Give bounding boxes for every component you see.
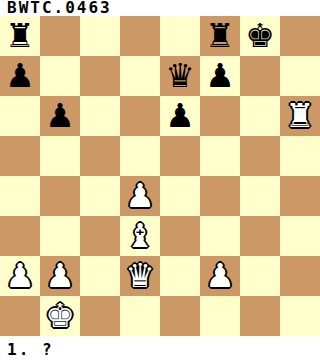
square-b7[interactable] — [40, 56, 80, 96]
square-g7[interactable] — [240, 56, 280, 96]
square-h3[interactable] — [280, 216, 320, 256]
square-a7[interactable]: ♟ — [0, 56, 40, 96]
square-d4[interactable]: ♟ — [120, 176, 160, 216]
square-a5[interactable] — [0, 136, 40, 176]
square-h7[interactable] — [280, 56, 320, 96]
square-e2[interactable] — [160, 256, 200, 296]
white-queen: ♛ — [125, 256, 155, 296]
square-f7[interactable]: ♟ — [200, 56, 240, 96]
square-a3[interactable] — [0, 216, 40, 256]
black-pawn: ♟ — [5, 56, 35, 96]
white-pawn: ♟ — [45, 256, 75, 296]
square-b3[interactable] — [40, 216, 80, 256]
move-prompt: 1. ? — [0, 336, 320, 360]
black-queen: ♛ — [165, 56, 195, 96]
black-pawn: ♟ — [205, 56, 235, 96]
square-a1[interactable] — [0, 296, 40, 336]
square-g4[interactable] — [240, 176, 280, 216]
square-f4[interactable] — [200, 176, 240, 216]
white-bishop: ♝ — [125, 216, 155, 256]
square-e8[interactable] — [160, 16, 200, 56]
white-king: ♚ — [45, 296, 75, 336]
square-c2[interactable] — [80, 256, 120, 296]
square-h5[interactable] — [280, 136, 320, 176]
square-d2[interactable]: ♛ — [120, 256, 160, 296]
square-d7[interactable] — [120, 56, 160, 96]
square-b8[interactable] — [40, 16, 80, 56]
square-g8[interactable]: ♚ — [240, 16, 280, 56]
square-b1[interactable]: ♚ — [40, 296, 80, 336]
square-d6[interactable] — [120, 96, 160, 136]
square-h2[interactable] — [280, 256, 320, 296]
puzzle-title: BWTC.0463 — [0, 0, 320, 16]
square-e7[interactable]: ♛ — [160, 56, 200, 96]
square-f1[interactable] — [200, 296, 240, 336]
black-pawn: ♟ — [45, 96, 75, 136]
black-rook: ♜ — [5, 16, 35, 56]
square-a6[interactable] — [0, 96, 40, 136]
square-a2[interactable]: ♟ — [0, 256, 40, 296]
square-h6[interactable]: ♜ — [280, 96, 320, 136]
square-f8[interactable]: ♜ — [200, 16, 240, 56]
white-pawn: ♟ — [5, 256, 35, 296]
square-c7[interactable] — [80, 56, 120, 96]
white-pawn: ♟ — [125, 176, 155, 216]
square-c8[interactable] — [80, 16, 120, 56]
square-a4[interactable] — [0, 176, 40, 216]
square-h4[interactable] — [280, 176, 320, 216]
square-f3[interactable] — [200, 216, 240, 256]
square-h1[interactable] — [280, 296, 320, 336]
square-e4[interactable] — [160, 176, 200, 216]
square-a8[interactable]: ♜ — [0, 16, 40, 56]
square-e3[interactable] — [160, 216, 200, 256]
black-pawn: ♟ — [165, 96, 195, 136]
square-c3[interactable] — [80, 216, 120, 256]
square-d8[interactable] — [120, 16, 160, 56]
square-e1[interactable] — [160, 296, 200, 336]
square-d3[interactable]: ♝ — [120, 216, 160, 256]
square-g1[interactable] — [240, 296, 280, 336]
square-e6[interactable]: ♟ — [160, 96, 200, 136]
square-g2[interactable] — [240, 256, 280, 296]
square-b4[interactable] — [40, 176, 80, 216]
square-d5[interactable] — [120, 136, 160, 176]
square-c6[interactable] — [80, 96, 120, 136]
white-rook: ♜ — [285, 96, 315, 136]
square-c1[interactable] — [80, 296, 120, 336]
square-d1[interactable] — [120, 296, 160, 336]
white-pawn: ♟ — [205, 256, 235, 296]
chess-board: ♜♜♚♟♛♟♟♟♜♟♝♟♟♛♟♚ — [0, 16, 320, 336]
square-b6[interactable]: ♟ — [40, 96, 80, 136]
square-g3[interactable] — [240, 216, 280, 256]
square-c4[interactable] — [80, 176, 120, 216]
square-c5[interactable] — [80, 136, 120, 176]
square-b5[interactable] — [40, 136, 80, 176]
square-h8[interactable] — [280, 16, 320, 56]
black-rook: ♜ — [205, 16, 235, 56]
square-b2[interactable]: ♟ — [40, 256, 80, 296]
square-f6[interactable] — [200, 96, 240, 136]
square-f2[interactable]: ♟ — [200, 256, 240, 296]
black-king: ♚ — [245, 16, 275, 56]
square-e5[interactable] — [160, 136, 200, 176]
square-f5[interactable] — [200, 136, 240, 176]
square-g5[interactable] — [240, 136, 280, 176]
square-g6[interactable] — [240, 96, 280, 136]
